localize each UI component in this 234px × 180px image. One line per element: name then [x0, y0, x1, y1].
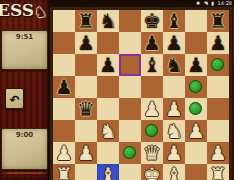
square-e8[interactable]: ♚ — [141, 10, 163, 32]
piece-white-pawn[interactable]: ♟ — [163, 142, 185, 164]
square-a3[interactable] — [53, 120, 75, 142]
square-g3[interactable]: ♟ — [185, 120, 207, 142]
square-g1[interactable] — [185, 164, 207, 180]
piece-black-pawn[interactable]: ♟ — [207, 32, 229, 54]
app-screen: ESS♞ 9:51 ↶ 9:00 ♜♞♚♝♜♟♟♟♟♟♝♞♟♟♛♟♟♞♞♟♟♟♛… — [0, 0, 234, 180]
square-f3[interactable]: ♞ — [163, 120, 185, 142]
square-f8[interactable]: ♝ — [163, 10, 185, 32]
square-a7[interactable] — [53, 32, 75, 54]
square-e7[interactable]: ♟ — [141, 32, 163, 54]
square-e2[interactable]: ♛ — [141, 142, 163, 164]
square-d6[interactable] — [119, 54, 141, 76]
square-c3[interactable]: ♞ — [97, 120, 119, 142]
square-f1[interactable]: ♝ — [163, 164, 185, 180]
square-g8[interactable] — [185, 10, 207, 32]
square-b6[interactable] — [75, 54, 97, 76]
piece-black-knight[interactable]: ♞ — [163, 54, 185, 76]
piece-black-pawn[interactable]: ♟ — [97, 54, 119, 76]
square-e6[interactable]: ♝ — [141, 54, 163, 76]
decorative-line — [2, 172, 48, 174]
app-logo-text: ESS — [0, 0, 34, 20]
square-h8[interactable]: ♜ — [207, 10, 229, 32]
piece-black-pawn[interactable]: ♟ — [163, 32, 185, 54]
square-g5[interactable] — [185, 76, 207, 98]
square-h3[interactable] — [207, 120, 229, 142]
signal-icon: ◥ — [204, 0, 208, 6]
piece-white-king[interactable]: ♚ — [141, 164, 163, 180]
square-d8[interactable] — [119, 10, 141, 32]
knight-logo-icon: ♞ — [33, 3, 48, 21]
piece-white-pawn[interactable]: ♟ — [207, 142, 229, 164]
piece-white-bishop[interactable]: ♝ — [163, 164, 185, 180]
square-f2[interactable]: ♟ — [163, 142, 185, 164]
square-e5[interactable] — [141, 76, 163, 98]
square-g4[interactable] — [185, 98, 207, 120]
undo-button[interactable]: ↶ — [5, 88, 24, 109]
status-time: 14:28 — [218, 0, 232, 6]
square-d1[interactable] — [119, 164, 141, 180]
android-status-bar: ✱ ◥ ▮ 14:28 — [50, 0, 234, 6]
square-a8[interactable] — [53, 10, 75, 32]
square-g2[interactable] — [185, 142, 207, 164]
square-h4[interactable] — [207, 98, 229, 120]
square-a5[interactable]: ♟ — [53, 76, 75, 98]
square-d7[interactable] — [119, 32, 141, 54]
square-b3[interactable] — [75, 120, 97, 142]
piece-white-rook[interactable]: ♜ — [53, 164, 75, 180]
square-c6[interactable]: ♟ — [97, 54, 119, 76]
square-b1[interactable] — [75, 164, 97, 180]
undo-arrow-icon: ↶ — [9, 93, 19, 107]
sidebar: ESS♞ 9:51 ↶ 9:00 — [0, 0, 50, 180]
piece-white-bishop[interactable]: ♝ — [97, 164, 119, 180]
piece-white-pawn[interactable]: ♟ — [53, 142, 75, 164]
white-clock-value: 9:00 — [2, 129, 47, 139]
square-d2[interactable] — [119, 142, 141, 164]
white-clock-card: 9:00 — [1, 128, 48, 170]
square-g6[interactable]: ♟ — [185, 54, 207, 76]
app-logo: ESS♞ — [0, 0, 49, 20]
black-clock-card: 9:51 — [1, 30, 48, 70]
square-g7[interactable] — [185, 32, 207, 54]
square-d5[interactable] — [119, 76, 141, 98]
square-c7[interactable] — [97, 32, 119, 54]
square-h7[interactable]: ♟ — [207, 32, 229, 54]
square-f6[interactable]: ♞ — [163, 54, 185, 76]
legal-move-dot-g5[interactable] — [189, 80, 202, 93]
board-frame: ♜♞♚♝♜♟♟♟♟♟♝♞♟♟♛♟♟♞♞♟♟♟♛♟♟♜♝♚♝♜ — [50, 7, 232, 180]
square-c5[interactable] — [97, 76, 119, 98]
square-a1[interactable]: ♜ — [53, 164, 75, 180]
legal-move-dot-g4[interactable] — [189, 102, 202, 115]
piece-white-pawn[interactable]: ♟ — [185, 120, 207, 142]
piece-black-pawn[interactable]: ♟ — [185, 54, 207, 76]
square-h2[interactable]: ♟ — [207, 142, 229, 164]
piece-black-rook[interactable]: ♜ — [75, 10, 97, 32]
square-b4[interactable]: ♛ — [75, 98, 97, 120]
battery-icon: ▮ — [211, 0, 214, 6]
piece-white-knight[interactable]: ♞ — [163, 120, 185, 142]
square-e1[interactable]: ♚ — [141, 164, 163, 180]
alarm-icon: ✱ — [196, 0, 200, 6]
square-f7[interactable]: ♟ — [163, 32, 185, 54]
square-c1[interactable]: ♝ — [97, 164, 119, 180]
legal-move-dot-e3[interactable] — [145, 124, 158, 137]
piece-black-rook[interactable]: ♜ — [207, 10, 229, 32]
piece-white-pawn[interactable]: ♟ — [141, 98, 163, 120]
piece-black-knight[interactable]: ♞ — [97, 10, 119, 32]
piece-black-bishop[interactable]: ♝ — [141, 54, 163, 76]
square-d3[interactable] — [119, 120, 141, 142]
piece-black-king[interactable]: ♚ — [141, 10, 163, 32]
square-e3[interactable] — [141, 120, 163, 142]
piece-black-pawn[interactable]: ♟ — [53, 76, 75, 98]
square-a6[interactable] — [53, 54, 75, 76]
piece-white-knight[interactable]: ♞ — [97, 120, 119, 142]
square-b5[interactable] — [75, 76, 97, 98]
square-f4[interactable]: ♟ — [163, 98, 185, 120]
piece-white-rook[interactable]: ♜ — [207, 164, 229, 180]
piece-white-pawn[interactable]: ♟ — [163, 98, 185, 120]
square-c2[interactable] — [97, 142, 119, 164]
piece-black-pawn[interactable]: ♟ — [141, 32, 163, 54]
square-d4[interactable] — [119, 98, 141, 120]
square-h1[interactable]: ♜ — [207, 164, 229, 180]
black-clock-value: 9:51 — [2, 31, 47, 41]
square-h6[interactable] — [207, 54, 229, 76]
square-c8[interactable]: ♞ — [97, 10, 119, 32]
square-e4[interactable]: ♟ — [141, 98, 163, 120]
piece-black-bishop[interactable]: ♝ — [163, 10, 185, 32]
square-c4[interactable] — [97, 98, 119, 120]
square-b7[interactable]: ♟ — [75, 32, 97, 54]
legal-move-dot-d2[interactable] — [123, 146, 136, 159]
legal-move-dot-h6[interactable] — [211, 58, 224, 71]
piece-black-pawn[interactable]: ♟ — [75, 32, 97, 54]
square-a2[interactable]: ♟ — [53, 142, 75, 164]
piece-white-queen[interactable]: ♛ — [141, 142, 163, 164]
square-h5[interactable] — [207, 76, 229, 98]
square-f5[interactable] — [163, 76, 185, 98]
chess-board: ♜♞♚♝♜♟♟♟♟♟♝♞♟♟♛♟♟♞♞♟♟♟♛♟♟♜♝♚♝♜ — [53, 10, 229, 180]
square-b8[interactable]: ♜ — [75, 10, 97, 32]
piece-white-pawn[interactable]: ♟ — [75, 142, 97, 164]
piece-black-queen[interactable]: ♛ — [75, 98, 97, 120]
square-b2[interactable]: ♟ — [75, 142, 97, 164]
square-a4[interactable] — [53, 98, 75, 120]
